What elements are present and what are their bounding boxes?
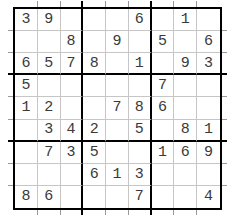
grid-tick [222, 30, 227, 31]
cell-r1c6[interactable]: 6 [129, 9, 152, 31]
cell-r6c7[interactable] [152, 120, 175, 142]
cell-r7c4[interactable]: 5 [83, 142, 106, 164]
cell-r8c8[interactable] [174, 164, 197, 186]
cell-r8c3[interactable] [61, 164, 84, 186]
cell-r8c2[interactable] [38, 164, 61, 186]
cell-r5c1[interactable]: 1 [15, 97, 38, 119]
cell-r5c5[interactable]: 7 [106, 97, 129, 119]
cell-r4c7[interactable]: 7 [152, 75, 175, 97]
cell-r7c3[interactable]: 3 [61, 142, 84, 164]
grid-tick [8, 163, 13, 164]
cell-r9c1[interactable]: 8 [15, 186, 38, 208]
cell-r3c8[interactable]: 9 [174, 53, 197, 75]
grid-tick [128, 210, 129, 215]
cell-r6c4[interactable]: 2 [83, 120, 106, 142]
cell-r6c5[interactable] [106, 120, 129, 142]
cell-r8c9[interactable] [197, 164, 220, 186]
grid-tick [8, 119, 13, 120]
cell-r5c9[interactable] [197, 97, 220, 119]
grid-tick [8, 96, 13, 97]
cell-r8c5[interactable]: 1 [106, 164, 129, 186]
cell-r5c7[interactable]: 6 [152, 97, 175, 119]
cell-r1c8[interactable]: 1 [174, 9, 197, 31]
cell-r7c1[interactable] [15, 142, 38, 164]
grid-tick [173, 1, 174, 7]
cell-r6c2[interactable]: 3 [38, 120, 61, 142]
cell-r4c5[interactable] [106, 75, 129, 97]
cell-r4c3[interactable] [61, 75, 84, 97]
cell-r7c8[interactable]: 6 [174, 142, 197, 164]
cell-r7c5[interactable] [106, 142, 129, 164]
cell-r3c4[interactable]: 8 [83, 53, 106, 75]
cell-r5c8[interactable] [174, 97, 197, 119]
cell-r9c3[interactable] [61, 186, 84, 208]
grid-tick [37, 1, 38, 7]
cell-r3c1[interactable]: 6 [15, 53, 38, 75]
cell-r2c1[interactable] [15, 31, 38, 53]
grid-tick [222, 140, 227, 142]
grid-tick [150, 210, 152, 215]
cell-r2c2[interactable] [38, 31, 61, 53]
cell-r7c6[interactable] [129, 142, 152, 164]
cell-r3c2[interactable]: 5 [38, 53, 61, 75]
cell-r3c7[interactable] [152, 53, 175, 75]
grid-tick [128, 1, 129, 7]
grid-tick [105, 1, 106, 7]
cell-r3c6[interactable]: 1 [129, 53, 152, 75]
grid-tick [222, 96, 227, 97]
cell-r8c1[interactable] [15, 164, 38, 186]
cell-r2c7[interactable]: 5 [152, 31, 175, 53]
grid-tick [37, 210, 38, 215]
cell-r5c3[interactable] [61, 97, 84, 119]
cell-r1c7[interactable] [152, 9, 175, 31]
cell-r8c6[interactable]: 3 [129, 164, 152, 186]
cell-r2c9[interactable]: 6 [197, 31, 220, 53]
cell-r6c3[interactable]: 4 [61, 120, 84, 142]
cell-r4c4[interactable] [83, 75, 106, 97]
cell-r1c4[interactable] [83, 9, 106, 31]
cell-r1c1[interactable]: 3 [15, 9, 38, 31]
cell-r2c3[interactable]: 8 [61, 31, 84, 53]
cell-r5c2[interactable]: 2 [38, 97, 61, 119]
grid-tick [222, 52, 227, 53]
grid-tick [8, 140, 13, 142]
cell-r1c9[interactable] [197, 9, 220, 31]
grid-tick [105, 210, 106, 215]
cell-r1c5[interactable] [106, 9, 129, 31]
cell-r9c2[interactable]: 6 [38, 186, 61, 208]
cell-r5c4[interactable] [83, 97, 106, 119]
cell-r9c4[interactable] [83, 186, 106, 208]
grid-tick [150, 1, 152, 7]
cell-r4c6[interactable] [129, 75, 152, 97]
cell-r5c6[interactable]: 8 [129, 97, 152, 119]
cell-r8c4[interactable]: 6 [83, 164, 106, 186]
sudoku-board: 3961895665781935712786342581735169613867… [13, 7, 222, 210]
cell-r1c2[interactable]: 9 [38, 9, 61, 31]
cell-r6c9[interactable]: 1 [197, 120, 220, 142]
cell-r9c6[interactable]: 7 [129, 186, 152, 208]
grid-tick [222, 119, 227, 120]
cell-r8c7[interactable] [152, 164, 175, 186]
cell-r6c1[interactable] [15, 120, 38, 142]
cell-r4c1[interactable]: 5 [15, 75, 38, 97]
cell-r6c8[interactable]: 8 [174, 120, 197, 142]
grid-tick [8, 52, 13, 53]
cell-r3c9[interactable]: 3 [197, 53, 220, 75]
cell-r9c7[interactable] [152, 186, 175, 208]
grid-tick [81, 210, 83, 215]
cell-r2c6[interactable] [129, 31, 152, 53]
grid-tick [196, 210, 197, 215]
cell-r7c7[interactable]: 1 [152, 142, 175, 164]
cell-r4c8[interactable] [174, 75, 197, 97]
cell-r7c9[interactable]: 9 [197, 142, 220, 164]
cell-r2c8[interactable] [174, 31, 197, 53]
grid-tick [81, 1, 83, 7]
cell-r7c2[interactable]: 7 [38, 142, 61, 164]
grid-tick [8, 30, 13, 31]
sudoku-app: { "game": "Sudoku", "position": "39...6.… [0, 0, 236, 218]
grid-tick [196, 1, 197, 7]
cell-r1c3[interactable] [61, 9, 84, 31]
grid-tick [222, 73, 227, 75]
cell-r4c9[interactable] [197, 75, 220, 97]
cell-r3c3[interactable]: 7 [61, 53, 84, 75]
grid-tick [222, 185, 227, 186]
grid-tick [8, 185, 13, 186]
cell-r9c9[interactable]: 4 [197, 186, 220, 208]
cell-r9c8[interactable] [174, 186, 197, 208]
grid-tick [8, 73, 13, 75]
grid-tick [173, 210, 174, 215]
cell-r4c2[interactable] [38, 75, 61, 97]
cell-r2c4[interactable] [83, 31, 106, 53]
grid-tick [60, 1, 61, 7]
cell-r6c6[interactable]: 5 [129, 120, 152, 142]
grid-tick [60, 210, 61, 215]
grid-tick [222, 163, 227, 164]
cell-r3c5[interactable] [106, 53, 129, 75]
cell-r2c5[interactable]: 9 [106, 31, 129, 53]
cell-r9c5[interactable] [106, 186, 129, 208]
